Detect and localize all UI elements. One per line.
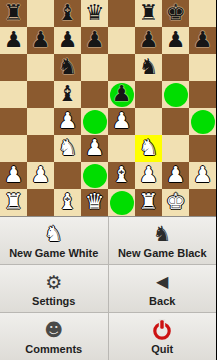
square-d5[interactable] (81, 81, 108, 108)
square-g8[interactable]: ♚ (162, 0, 189, 27)
square-b3[interactable] (27, 135, 54, 162)
square-g1[interactable]: ♚ (162, 189, 189, 216)
square-b6[interactable] (27, 54, 54, 81)
square-a2[interactable]: ♟ (0, 162, 27, 189)
square-e8[interactable] (108, 0, 135, 27)
square-d8[interactable]: ♛ (81, 0, 108, 27)
square-h4[interactable] (189, 108, 216, 135)
square-e7[interactable] (108, 27, 135, 54)
power-icon (151, 318, 173, 342)
white-knight: ♞ (135, 135, 162, 162)
menu-item-label: Settings (32, 295, 75, 308)
black-knight: ♞ (135, 54, 162, 81)
square-d6[interactable] (81, 54, 108, 81)
square-d1[interactable]: ♛ (81, 189, 108, 216)
black-rook: ♜ (135, 0, 162, 27)
black-queen: ♛ (81, 0, 108, 27)
square-e6[interactable] (108, 54, 135, 81)
square-g4[interactable] (162, 108, 189, 135)
square-h3[interactable] (189, 135, 216, 162)
square-b2[interactable]: ♟ (27, 162, 54, 189)
white-bishop: ♝ (54, 189, 81, 216)
square-h5[interactable] (189, 81, 216, 108)
black-pawn: ♟ (27, 27, 54, 54)
white-queen: ♛ (81, 189, 108, 216)
black-pawn: ♟ (108, 81, 135, 108)
menu-item-label: New Game Black (118, 247, 207, 260)
white-pawn: ♟ (0, 162, 27, 189)
white-knight-icon: ♞ (44, 222, 63, 246)
white-pawn: ♟ (108, 108, 135, 135)
white-pawn: ♟ (54, 108, 81, 135)
square-h1[interactable] (189, 189, 216, 216)
square-f5[interactable] (135, 81, 162, 108)
square-c5[interactable]: ♝ (54, 81, 81, 108)
square-b8[interactable] (27, 0, 54, 27)
menu-item-settings[interactable]: ⚙ Settings (0, 265, 108, 312)
black-knight-icon: ♞ (153, 222, 172, 246)
black-bishop: ♝ (54, 81, 81, 108)
square-d2[interactable] (81, 162, 108, 189)
options-menu: ♞ New Game White ♞ New Game Black ⚙ Sett… (0, 216, 216, 360)
white-pawn: ♟ (81, 135, 108, 162)
square-h6[interactable] (189, 54, 216, 81)
square-h2[interactable]: ♟ (189, 162, 216, 189)
square-c6[interactable]: ♞ (54, 54, 81, 81)
square-b5[interactable] (27, 81, 54, 108)
square-f8[interactable]: ♜ (135, 0, 162, 27)
menu-item-back[interactable]: ◀ Back (109, 265, 217, 312)
menu-item-comments[interactable]: ☻ Comments (0, 313, 108, 360)
legal-move-indicator (83, 110, 107, 134)
square-g2[interactable]: ♟ (162, 162, 189, 189)
square-e4[interactable]: ♟ (108, 108, 135, 135)
square-g3[interactable] (162, 135, 189, 162)
square-a4[interactable] (0, 108, 27, 135)
white-knight: ♞ (54, 135, 81, 162)
square-g5[interactable] (162, 81, 189, 108)
white-rook: ♜ (0, 189, 27, 216)
chess-board: ♜♝♛♜♚♟♟♟♟♟♟♟♞♞♝♟♟♟♞♟♞♟♟♝♟♟♟♜♝♛♜♚ (0, 0, 216, 216)
menu-item-new-game-black[interactable]: ♞ New Game Black (109, 217, 217, 264)
legal-move-indicator (191, 110, 215, 134)
square-f1[interactable]: ♜ (135, 189, 162, 216)
black-pawn: ♟ (0, 27, 27, 54)
menu-item-label: Quit (151, 343, 173, 356)
square-g7[interactable]: ♟ (162, 27, 189, 54)
white-rook: ♜ (135, 189, 162, 216)
menu-item-label: Comments (25, 343, 82, 356)
square-a1[interactable]: ♜ (0, 189, 27, 216)
square-c4[interactable]: ♟ (54, 108, 81, 135)
black-pawn: ♟ (81, 27, 108, 54)
black-pawn: ♟ (162, 27, 189, 54)
square-e3[interactable] (108, 135, 135, 162)
square-e2[interactable]: ♝ (108, 162, 135, 189)
back-arrow-icon: ◀ (156, 270, 168, 294)
legal-move-indicator (110, 191, 134, 215)
square-a8[interactable]: ♜ (0, 0, 27, 27)
square-g6[interactable] (162, 54, 189, 81)
square-f4[interactable] (135, 108, 162, 135)
menu-item-quit[interactable]: Quit (109, 313, 217, 360)
square-c1[interactable]: ♝ (54, 189, 81, 216)
square-c7[interactable]: ♟ (54, 27, 81, 54)
smiley-icon: ☻ (44, 318, 63, 342)
white-pawn: ♟ (162, 162, 189, 189)
square-f2[interactable]: ♟ (135, 162, 162, 189)
black-king: ♚ (162, 0, 189, 27)
white-pawn: ♟ (189, 162, 216, 189)
square-d3[interactable]: ♟ (81, 135, 108, 162)
square-b7[interactable]: ♟ (27, 27, 54, 54)
legal-move-indicator (83, 164, 107, 188)
white-pawn: ♟ (135, 162, 162, 189)
square-h8[interactable] (189, 0, 216, 27)
menu-item-label: Back (149, 295, 175, 308)
square-a6[interactable] (0, 54, 27, 81)
white-pawn: ♟ (27, 162, 54, 189)
square-c3[interactable]: ♞ (54, 135, 81, 162)
legal-move-indicator (164, 83, 188, 107)
square-f7[interactable]: ♟ (135, 27, 162, 54)
square-d4[interactable] (81, 108, 108, 135)
black-knight: ♞ (54, 54, 81, 81)
menu-item-label: New Game White (9, 247, 98, 260)
square-a7[interactable]: ♟ (0, 27, 27, 54)
black-bishop: ♝ (54, 0, 81, 27)
black-rook: ♜ (0, 0, 27, 27)
square-e5[interactable]: ♟ (108, 81, 135, 108)
gear-icon: ⚙ (45, 270, 62, 294)
white-bishop: ♝ (108, 162, 135, 189)
square-b1[interactable] (27, 189, 54, 216)
square-c8[interactable]: ♝ (54, 0, 81, 27)
black-pawn: ♟ (54, 27, 81, 54)
white-king: ♚ (162, 189, 189, 216)
black-pawn: ♟ (135, 27, 162, 54)
square-a3[interactable] (0, 135, 27, 162)
square-e1[interactable] (108, 189, 135, 216)
square-a5[interactable] (0, 81, 27, 108)
square-c2[interactable] (54, 162, 81, 189)
square-f3[interactable]: ♞ (135, 135, 162, 162)
black-pawn: ♟ (189, 27, 216, 54)
square-f6[interactable]: ♞ (135, 54, 162, 81)
menu-item-new-game-white[interactable]: ♞ New Game White (0, 217, 108, 264)
square-b4[interactable] (27, 108, 54, 135)
square-d7[interactable]: ♟ (81, 27, 108, 54)
square-h7[interactable]: ♟ (189, 27, 216, 54)
